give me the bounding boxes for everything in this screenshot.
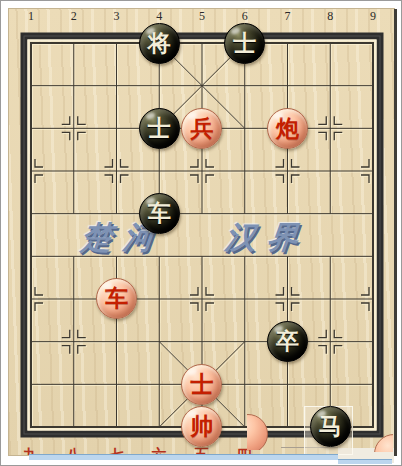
board-intersection: 卒: [266, 320, 309, 363]
piece-black-horse[interactable]: 马: [310, 406, 351, 447]
board-intersection: 兵: [181, 107, 224, 150]
piece-black-advisor[interactable]: 士: [139, 108, 180, 149]
piece-red-soldier[interactable]: 兵: [181, 108, 222, 149]
piece-red-cannon[interactable]: 炮: [267, 108, 308, 149]
piece-red-advisor[interactable]: 士: [181, 364, 222, 405]
scrollbar-strip[interactable]: [29, 454, 338, 460]
xiangqi-app-window: 123456789 楚河 汉界 九八七六五四 将士士兵炮车车卒士帅马: [0, 0, 402, 466]
board-intersection: 马: [309, 406, 352, 449]
board-intersection: 士: [181, 363, 224, 406]
board-intersection: 车: [138, 192, 181, 235]
board-intersection: 炮: [266, 107, 309, 150]
board-intersection: 将: [138, 22, 181, 65]
board-intersection: 士: [223, 22, 266, 65]
board-intersection: 车: [95, 278, 138, 321]
window-right-border: [394, 9, 397, 456]
scrollbar-strip[interactable]: [338, 459, 392, 464]
piece-black-soldier[interactable]: 卒: [267, 321, 308, 362]
piece-red-chariot[interactable]: 车: [96, 278, 137, 319]
piece-layer: 将士士兵炮车车卒士帅马: [10, 22, 395, 449]
piece-black-advisor[interactable]: 士: [224, 23, 265, 64]
piece-black-chariot[interactable]: 车: [139, 193, 180, 234]
piece-black-general[interactable]: 将: [139, 23, 180, 64]
piece-red-general[interactable]: 帅: [181, 406, 222, 447]
board-intersection: 士: [138, 107, 181, 150]
board-intersection: 帅: [181, 406, 224, 449]
